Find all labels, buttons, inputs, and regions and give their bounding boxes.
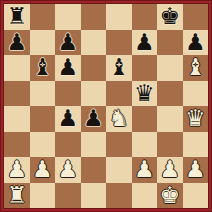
chessboard-frame: ♜♚♟♟♟♟♝♟♝♝♛♟♟♞♛♟♟♟♟♟♟♜♚ <box>0 0 212 212</box>
black-pawn-icon: ♟ <box>134 30 155 55</box>
square-h1[interactable] <box>183 183 209 209</box>
square-h2[interactable]: ♟ <box>183 157 209 183</box>
square-f8[interactable] <box>132 4 158 30</box>
square-e7[interactable] <box>106 30 132 56</box>
black-pawn-icon: ♟ <box>57 30 78 55</box>
white-rook-icon: ♜ <box>6 183 27 208</box>
square-d6[interactable] <box>81 55 107 81</box>
black-bishop-icon: ♝ <box>108 55 129 80</box>
square-g4[interactable] <box>157 106 183 132</box>
square-e5[interactable] <box>106 81 132 107</box>
square-c5[interactable] <box>55 81 81 107</box>
square-e8[interactable] <box>106 4 132 30</box>
square-b1[interactable] <box>30 183 56 209</box>
square-h7[interactable]: ♟ <box>183 30 209 56</box>
white-knight-icon: ♞ <box>108 106 129 131</box>
square-d2[interactable] <box>81 157 107 183</box>
white-pawn-icon: ♟ <box>185 157 206 182</box>
black-pawn-icon: ♟ <box>83 106 104 131</box>
square-c8[interactable] <box>55 4 81 30</box>
square-c6[interactable]: ♟ <box>55 55 81 81</box>
square-d7[interactable] <box>81 30 107 56</box>
square-d4[interactable]: ♟ <box>81 106 107 132</box>
black-pawn-icon: ♟ <box>57 106 78 131</box>
square-f7[interactable]: ♟ <box>132 30 158 56</box>
square-e3[interactable] <box>106 132 132 158</box>
white-pawn-icon: ♟ <box>57 157 78 182</box>
square-e2[interactable] <box>106 157 132 183</box>
square-a4[interactable] <box>4 106 30 132</box>
square-a1[interactable]: ♜ <box>4 183 30 209</box>
square-a5[interactable] <box>4 81 30 107</box>
square-a7[interactable]: ♟ <box>4 30 30 56</box>
square-h6[interactable]: ♝ <box>183 55 209 81</box>
black-king-icon: ♚ <box>159 4 180 29</box>
square-h5[interactable] <box>183 81 209 107</box>
square-c4[interactable]: ♟ <box>55 106 81 132</box>
square-h4[interactable]: ♛ <box>183 106 209 132</box>
square-f4[interactable] <box>132 106 158 132</box>
square-g6[interactable] <box>157 55 183 81</box>
chess-board: ♜♚♟♟♟♟♝♟♝♝♛♟♟♞♛♟♟♟♟♟♟♜♚ <box>4 4 208 208</box>
white-queen-icon: ♛ <box>185 106 206 131</box>
square-g5[interactable] <box>157 81 183 107</box>
square-b5[interactable] <box>30 81 56 107</box>
white-pawn-icon: ♟ <box>32 157 53 182</box>
square-g8[interactable]: ♚ <box>157 4 183 30</box>
square-f5[interactable]: ♛ <box>132 81 158 107</box>
black-pawn-icon: ♟ <box>6 30 27 55</box>
black-pawn-icon: ♟ <box>185 30 206 55</box>
square-f2[interactable]: ♟ <box>132 157 158 183</box>
square-d1[interactable] <box>81 183 107 209</box>
square-d5[interactable] <box>81 81 107 107</box>
square-f3[interactable] <box>132 132 158 158</box>
square-b4[interactable] <box>30 106 56 132</box>
white-king-icon: ♚ <box>159 183 180 208</box>
square-b6[interactable]: ♝ <box>30 55 56 81</box>
black-queen-icon: ♛ <box>134 81 155 106</box>
square-a2[interactable]: ♟ <box>4 157 30 183</box>
white-pawn-icon: ♟ <box>134 157 155 182</box>
square-d8[interactable] <box>81 4 107 30</box>
square-b3[interactable] <box>30 132 56 158</box>
black-rook-icon: ♜ <box>6 4 27 29</box>
square-b7[interactable] <box>30 30 56 56</box>
square-g3[interactable] <box>157 132 183 158</box>
square-c7[interactable]: ♟ <box>55 30 81 56</box>
white-pawn-icon: ♟ <box>6 157 27 182</box>
white-pawn-icon: ♟ <box>159 157 180 182</box>
square-a8[interactable]: ♜ <box>4 4 30 30</box>
square-f6[interactable] <box>132 55 158 81</box>
square-h3[interactable] <box>183 132 209 158</box>
square-b2[interactable]: ♟ <box>30 157 56 183</box>
square-e6[interactable]: ♝ <box>106 55 132 81</box>
square-a6[interactable] <box>4 55 30 81</box>
square-f1[interactable] <box>132 183 158 209</box>
square-c3[interactable] <box>55 132 81 158</box>
square-c1[interactable] <box>55 183 81 209</box>
square-e4[interactable]: ♞ <box>106 106 132 132</box>
square-h8[interactable] <box>183 4 209 30</box>
square-g7[interactable] <box>157 30 183 56</box>
square-g2[interactable]: ♟ <box>157 157 183 183</box>
black-pawn-icon: ♟ <box>57 55 78 80</box>
square-b8[interactable] <box>30 4 56 30</box>
square-c2[interactable]: ♟ <box>55 157 81 183</box>
square-a3[interactable] <box>4 132 30 158</box>
square-e1[interactable] <box>106 183 132 209</box>
square-d3[interactable] <box>81 132 107 158</box>
black-bishop-icon: ♝ <box>32 55 53 80</box>
white-bishop-icon: ♝ <box>185 55 206 80</box>
square-g1[interactable]: ♚ <box>157 183 183 209</box>
